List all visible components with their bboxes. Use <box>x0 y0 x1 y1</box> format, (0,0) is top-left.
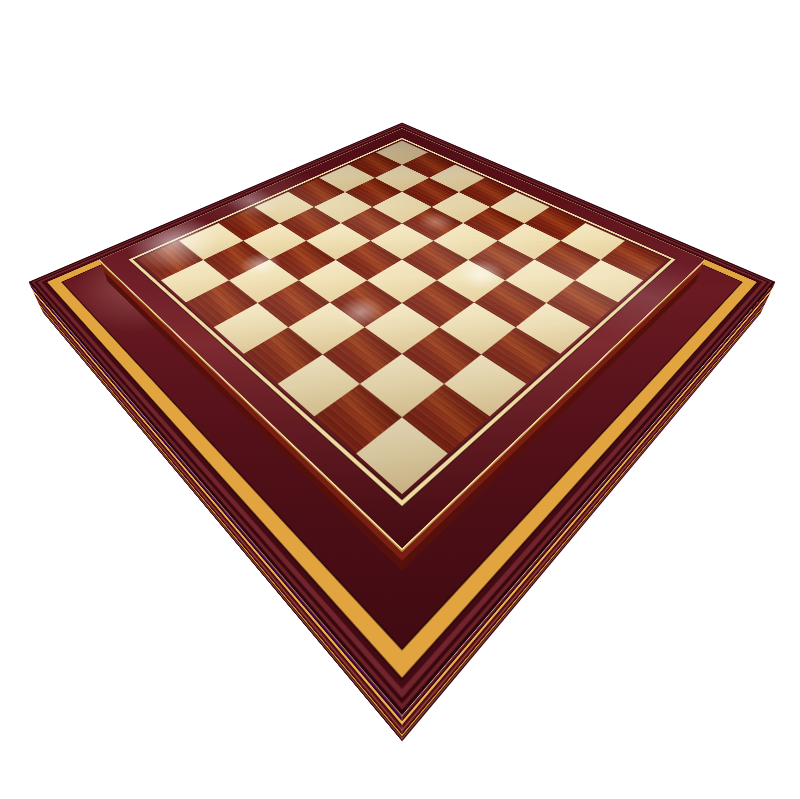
square <box>367 259 436 302</box>
square <box>402 327 481 384</box>
square <box>277 354 360 417</box>
chess-board <box>29 123 776 716</box>
square <box>437 259 506 302</box>
square <box>203 241 269 281</box>
square <box>402 241 468 281</box>
square <box>534 241 600 281</box>
square <box>229 259 298 302</box>
square <box>336 241 402 281</box>
square <box>506 259 575 302</box>
square <box>546 280 618 327</box>
square <box>356 416 449 494</box>
square <box>289 302 364 353</box>
square <box>440 302 515 353</box>
square <box>402 384 490 454</box>
square <box>444 354 527 417</box>
square <box>298 259 367 302</box>
square <box>360 354 443 417</box>
square <box>244 327 323 384</box>
square <box>314 384 402 454</box>
square <box>481 327 560 384</box>
square <box>323 327 402 384</box>
square <box>270 241 336 281</box>
photo-background <box>0 0 800 799</box>
